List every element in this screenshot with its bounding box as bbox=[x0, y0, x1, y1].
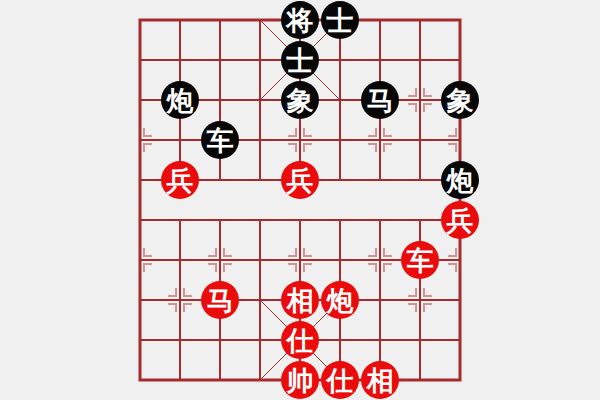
intersection-4-0[interactable]: 将 bbox=[280, 0, 320, 40]
intersection-4-4[interactable]: 兵 bbox=[280, 160, 320, 200]
intersection-3-0[interactable] bbox=[240, 0, 280, 40]
piece-red-pawn-3[interactable]: 兵 bbox=[441, 201, 479, 239]
intersection-2-2[interactable] bbox=[200, 80, 240, 120]
intersection-6-8[interactable] bbox=[360, 320, 400, 360]
intersection-8-7[interactable] bbox=[440, 280, 480, 320]
piece-red-advisor-1[interactable]: 仕 bbox=[281, 321, 319, 359]
intersection-7-4[interactable] bbox=[400, 160, 440, 200]
intersection-8-0[interactable] bbox=[440, 0, 480, 40]
intersection-0-2[interactable] bbox=[120, 80, 160, 120]
intersection-0-3[interactable] bbox=[120, 120, 160, 160]
intersection-7-1[interactable] bbox=[400, 40, 440, 80]
intersection-2-1[interactable] bbox=[200, 40, 240, 80]
intersection-5-8[interactable] bbox=[320, 320, 360, 360]
piece-red-cannon-1[interactable]: 炮 bbox=[321, 281, 359, 319]
intersection-4-3[interactable] bbox=[280, 120, 320, 160]
intersection-5-5[interactable] bbox=[320, 200, 360, 240]
intersection-1-8[interactable] bbox=[160, 320, 200, 360]
intersection-0-0[interactable] bbox=[120, 0, 160, 40]
intersection-6-0[interactable] bbox=[360, 0, 400, 40]
intersection-8-2[interactable]: 象 bbox=[440, 80, 480, 120]
intersection-3-9[interactable] bbox=[240, 360, 280, 400]
piece-red-general[interactable]: 帅 bbox=[281, 361, 319, 399]
intersection-2-4[interactable] bbox=[200, 160, 240, 200]
intersection-3-6[interactable] bbox=[240, 240, 280, 280]
intersection-4-1[interactable]: 士 bbox=[280, 40, 320, 80]
intersection-8-5[interactable]: 兵 bbox=[440, 200, 480, 240]
intersection-5-7[interactable]: 炮 bbox=[320, 280, 360, 320]
intersection-6-5[interactable] bbox=[360, 200, 400, 240]
piece-black-elephant-2[interactable]: 象 bbox=[441, 81, 479, 119]
intersection-1-6[interactable] bbox=[160, 240, 200, 280]
intersection-3-3[interactable] bbox=[240, 120, 280, 160]
intersection-1-0[interactable] bbox=[160, 0, 200, 40]
piece-red-horse-1[interactable]: 马 bbox=[201, 281, 239, 319]
intersection-7-9[interactable] bbox=[400, 360, 440, 400]
intersection-0-5[interactable] bbox=[120, 200, 160, 240]
intersection-5-3[interactable] bbox=[320, 120, 360, 160]
intersection-2-8[interactable] bbox=[200, 320, 240, 360]
board-intersections[interactable]: 将士士炮象马象车兵兵炮兵车马相炮仕帅仕相 bbox=[120, 0, 480, 400]
intersection-7-7[interactable] bbox=[400, 280, 440, 320]
intersection-5-1[interactable] bbox=[320, 40, 360, 80]
intersection-4-8[interactable]: 仕 bbox=[280, 320, 320, 360]
intersection-2-6[interactable] bbox=[200, 240, 240, 280]
intersection-0-4[interactable] bbox=[120, 160, 160, 200]
intersection-8-1[interactable] bbox=[440, 40, 480, 80]
piece-red-elephant-2[interactable]: 相 bbox=[361, 361, 399, 399]
intersection-6-1[interactable] bbox=[360, 40, 400, 80]
intersection-7-6[interactable]: 车 bbox=[400, 240, 440, 280]
intersection-1-7[interactable] bbox=[160, 280, 200, 320]
intersection-6-7[interactable] bbox=[360, 280, 400, 320]
intersection-4-5[interactable] bbox=[280, 200, 320, 240]
intersection-5-9[interactable]: 仕 bbox=[320, 360, 360, 400]
intersection-2-7[interactable]: 马 bbox=[200, 280, 240, 320]
intersection-4-6[interactable] bbox=[280, 240, 320, 280]
intersection-4-7[interactable]: 相 bbox=[280, 280, 320, 320]
intersection-1-1[interactable] bbox=[160, 40, 200, 80]
piece-black-general[interactable]: 将 bbox=[281, 1, 319, 39]
intersection-7-2[interactable] bbox=[400, 80, 440, 120]
intersection-3-1[interactable] bbox=[240, 40, 280, 80]
intersection-8-8[interactable] bbox=[440, 320, 480, 360]
intersection-5-0[interactable]: 士 bbox=[320, 0, 360, 40]
intersection-3-4[interactable] bbox=[240, 160, 280, 200]
intersection-0-7[interactable] bbox=[120, 280, 160, 320]
piece-red-chariot-1[interactable]: 车 bbox=[401, 241, 439, 279]
intersection-8-9[interactable] bbox=[440, 360, 480, 400]
piece-red-elephant-1[interactable]: 相 bbox=[281, 281, 319, 319]
piece-black-horse-1[interactable]: 马 bbox=[361, 81, 399, 119]
piece-black-advisor-1[interactable]: 士 bbox=[321, 1, 359, 39]
intersection-2-9[interactable] bbox=[200, 360, 240, 400]
piece-black-elephant-1[interactable]: 象 bbox=[281, 81, 319, 119]
intersection-3-5[interactable] bbox=[240, 200, 280, 240]
intersection-0-6[interactable] bbox=[120, 240, 160, 280]
piece-black-cannon-2[interactable]: 炮 bbox=[441, 161, 479, 199]
piece-black-chariot-1[interactable]: 车 bbox=[201, 121, 239, 159]
intersection-7-0[interactable] bbox=[400, 0, 440, 40]
intersection-3-2[interactable] bbox=[240, 80, 280, 120]
intersection-6-4[interactable] bbox=[360, 160, 400, 200]
piece-black-cannon-1[interactable]: 炮 bbox=[161, 81, 199, 119]
intersection-1-5[interactable] bbox=[160, 200, 200, 240]
piece-red-advisor-2[interactable]: 仕 bbox=[321, 361, 359, 399]
intersection-5-4[interactable] bbox=[320, 160, 360, 200]
intersection-6-3[interactable] bbox=[360, 120, 400, 160]
intersection-4-9[interactable]: 帅 bbox=[280, 360, 320, 400]
intersection-6-9[interactable]: 相 bbox=[360, 360, 400, 400]
intersection-7-5[interactable] bbox=[400, 200, 440, 240]
intersection-4-2[interactable]: 象 bbox=[280, 80, 320, 120]
piece-red-pawn-1[interactable]: 兵 bbox=[161, 161, 199, 199]
intersection-0-1[interactable] bbox=[120, 40, 160, 80]
intersection-3-8[interactable] bbox=[240, 320, 280, 360]
intersection-0-9[interactable] bbox=[120, 360, 160, 400]
intersection-1-2[interactable]: 炮 bbox=[160, 80, 200, 120]
intersection-8-6[interactable] bbox=[440, 240, 480, 280]
piece-red-pawn-2[interactable]: 兵 bbox=[281, 161, 319, 199]
intersection-3-7[interactable] bbox=[240, 280, 280, 320]
xiangqi-board: 将士士炮象马象车兵兵炮兵车马相炮仕帅仕相 bbox=[0, 0, 600, 400]
intersection-5-2[interactable] bbox=[320, 80, 360, 120]
intersection-8-4[interactable]: 炮 bbox=[440, 160, 480, 200]
piece-black-advisor-2[interactable]: 士 bbox=[281, 41, 319, 79]
intersection-1-4[interactable]: 兵 bbox=[160, 160, 200, 200]
intersection-1-9[interactable] bbox=[160, 360, 200, 400]
intersection-6-6[interactable] bbox=[360, 240, 400, 280]
intersection-7-8[interactable] bbox=[400, 320, 440, 360]
intersection-2-3[interactable]: 车 bbox=[200, 120, 240, 160]
intersection-1-3[interactable] bbox=[160, 120, 200, 160]
intersection-6-2[interactable]: 马 bbox=[360, 80, 400, 120]
intersection-2-5[interactable] bbox=[200, 200, 240, 240]
intersection-5-6[interactable] bbox=[320, 240, 360, 280]
intersection-2-0[interactable] bbox=[200, 0, 240, 40]
intersection-8-3[interactable] bbox=[440, 120, 480, 160]
intersection-0-8[interactable] bbox=[120, 320, 160, 360]
intersection-7-3[interactable] bbox=[400, 120, 440, 160]
